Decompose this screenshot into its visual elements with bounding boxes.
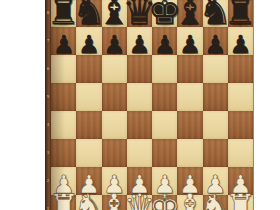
square-e4[interactable]	[152, 111, 177, 139]
square-a7[interactable]: ♟	[51, 27, 76, 55]
square-b5[interactable]	[76, 83, 101, 111]
square-a5[interactable]	[51, 83, 76, 111]
black-pawn[interactable]: ♟	[179, 32, 201, 57]
square-c5[interactable]	[102, 83, 127, 111]
square-g5[interactable]	[203, 83, 228, 111]
square-d3[interactable]	[127, 139, 152, 167]
board-squares: ♜♞♝♛♚♝♞♜♟♟♟♟♟♟♟♟♟♟♟♟♟♟♟♟♜♞♝♛♚♝♞♜	[51, 0, 254, 210]
square-h4[interactable]	[228, 111, 253, 139]
rank-label-7: 7	[45, 39, 51, 43]
square-g7[interactable]: ♟	[203, 27, 228, 55]
rank-label-3: 3	[45, 151, 51, 155]
black-pawn[interactable]: ♟	[229, 32, 251, 57]
black-pawn[interactable]: ♟	[153, 32, 175, 57]
black-pawn[interactable]: ♟	[128, 32, 150, 57]
square-h8[interactable]: ♜	[228, 0, 253, 27]
board-left-bezel: 87654321	[45, 0, 51, 210]
square-b3[interactable]	[76, 139, 101, 167]
square-f4[interactable]	[177, 111, 202, 139]
rank-label-1: 1	[45, 207, 51, 210]
square-b7[interactable]: ♟	[76, 27, 101, 55]
white-rook[interactable]: ♜	[225, 190, 254, 210]
rank-label-2: 2	[45, 179, 51, 183]
square-e6[interactable]	[152, 55, 177, 83]
square-f5[interactable]	[177, 83, 202, 111]
square-g6[interactable]	[203, 55, 228, 83]
square-b6[interactable]	[76, 55, 101, 83]
square-c6[interactable]	[102, 55, 127, 83]
black-pawn[interactable]: ♟	[103, 32, 125, 57]
rank-label-5: 5	[45, 95, 51, 99]
chess-board: ♜♞♝♛♚♝♞♜♟♟♟♟♟♟♟♟♟♟♟♟♟♟♟♟♜♞♝♛♚♝♞♜ 8765432…	[45, 0, 254, 210]
black-pawn[interactable]: ♟	[78, 32, 100, 57]
square-h6[interactable]	[228, 55, 253, 83]
square-a6[interactable]	[51, 55, 76, 83]
square-a3[interactable]	[51, 139, 76, 167]
square-h3[interactable]	[228, 139, 253, 167]
square-g4[interactable]	[203, 111, 228, 139]
square-d4[interactable]	[127, 111, 152, 139]
square-d5[interactable]	[127, 83, 152, 111]
square-h5[interactable]	[228, 83, 253, 111]
rank-label-4: 4	[45, 123, 51, 127]
square-h1[interactable]: ♜	[228, 195, 253, 210]
rank-label-8: 8	[45, 11, 51, 15]
square-b4[interactable]	[76, 111, 101, 139]
square-f6[interactable]	[177, 55, 202, 83]
square-e5[interactable]	[152, 83, 177, 111]
square-c7[interactable]: ♟	[102, 27, 127, 55]
square-f3[interactable]	[177, 139, 202, 167]
square-d6[interactable]	[127, 55, 152, 83]
square-f7[interactable]: ♟	[177, 27, 202, 55]
square-e3[interactable]	[152, 139, 177, 167]
square-e7[interactable]: ♟	[152, 27, 177, 55]
square-g3[interactable]	[203, 139, 228, 167]
black-pawn[interactable]: ♟	[52, 32, 74, 57]
square-c3[interactable]	[102, 139, 127, 167]
chess-app: ♜♞♝♛♚♝♞♜♟♟♟♟♟♟♟♟♟♟♟♟♟♟♟♟♜♞♝♛♚♝♞♜ 8765432…	[0, 0, 280, 210]
square-c4[interactable]	[102, 111, 127, 139]
black-rook[interactable]: ♜	[223, 0, 254, 30]
black-pawn[interactable]: ♟	[204, 32, 226, 57]
rank-label-6: 6	[45, 67, 51, 71]
square-a4[interactable]	[51, 111, 76, 139]
square-h7[interactable]: ♟	[228, 27, 253, 55]
square-d7[interactable]: ♟	[127, 27, 152, 55]
